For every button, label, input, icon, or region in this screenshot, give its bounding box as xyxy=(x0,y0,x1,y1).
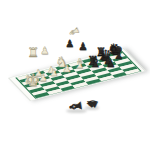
piece-white-bishop[interactable]: ♝ xyxy=(74,57,86,70)
piece-white-king[interactable]: ♚ xyxy=(25,73,40,90)
piece-white-pawn[interactable]: ♟ xyxy=(49,67,58,77)
piece-black-bishop[interactable]: ♝ xyxy=(89,56,101,70)
piece-black-bishop[interactable]: ♝ xyxy=(67,98,85,115)
piece-black-pawn[interactable]: ♟ xyxy=(114,50,123,60)
piece-white-pawn[interactable]: ♟ xyxy=(41,46,50,56)
piece-white-bishop[interactable]: ♝ xyxy=(66,24,81,39)
piece-white-pawn[interactable]: ♟ xyxy=(62,64,71,74)
piece-black-pawn[interactable]: ♟ xyxy=(106,58,115,68)
chess-set-photo: ♜♟♝♟♟ a b c d e f g h ♞♜♞♟♟♟♚♟♟♟♝♜♛♟♟♟♝♟… xyxy=(0,0,150,150)
piece-white-rook[interactable]: ♜ xyxy=(27,46,39,59)
piece-black-pawn[interactable]: ♟ xyxy=(66,39,75,49)
piece-black-pawn[interactable]: ♟ xyxy=(78,41,87,52)
